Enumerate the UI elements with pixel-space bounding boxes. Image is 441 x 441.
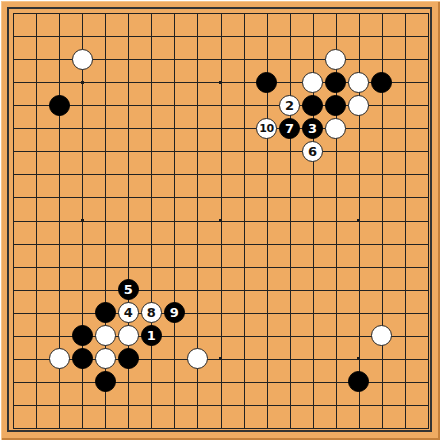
stone-black xyxy=(95,302,116,323)
stone-white xyxy=(95,325,116,346)
stone-white xyxy=(72,49,93,70)
move-number: 4 xyxy=(124,306,133,319)
stone-black xyxy=(325,72,346,93)
star-point xyxy=(219,81,222,84)
star-point xyxy=(81,81,84,84)
move-2-stone-white: 2 xyxy=(279,95,300,116)
move-9-stone-black: 9 xyxy=(164,302,185,323)
move-number: 2 xyxy=(285,99,294,112)
stone-white xyxy=(348,72,369,93)
stone-white xyxy=(95,348,116,369)
move-number: 7 xyxy=(285,122,294,135)
move-number: 10 xyxy=(259,123,273,134)
stone-white xyxy=(325,118,346,139)
move-5-stone-black: 5 xyxy=(118,279,139,300)
stone-black xyxy=(325,95,346,116)
stone-black xyxy=(49,95,70,116)
stone-black xyxy=(95,371,116,392)
move-number: 6 xyxy=(308,145,317,158)
star-point xyxy=(219,219,222,222)
move-number: 1 xyxy=(147,329,156,342)
stone-white xyxy=(49,348,70,369)
stone-black xyxy=(118,348,139,369)
stone-white xyxy=(348,95,369,116)
stone-black xyxy=(371,72,392,93)
stone-black xyxy=(256,72,277,93)
move-number: 9 xyxy=(170,306,179,319)
stone-black xyxy=(348,371,369,392)
stone-white xyxy=(187,348,208,369)
stone-white xyxy=(325,49,346,70)
stone-black xyxy=(72,325,93,346)
stone-white xyxy=(118,325,139,346)
star-point xyxy=(219,357,222,360)
go-board: 21073654891 xyxy=(0,0,441,441)
move-number: 3 xyxy=(308,122,317,135)
stone-white xyxy=(371,325,392,346)
stone-white xyxy=(302,72,323,93)
star-point xyxy=(357,357,360,360)
star-point xyxy=(357,219,360,222)
move-number: 5 xyxy=(124,283,133,296)
move-10-stone-white: 10 xyxy=(256,118,277,139)
board-grid: 21073654891 xyxy=(1,1,439,439)
star-point xyxy=(81,219,84,222)
move-1-stone-black: 1 xyxy=(141,325,162,346)
move-number: 8 xyxy=(147,306,156,319)
move-6-stone-white: 6 xyxy=(302,141,323,162)
move-7-stone-black: 7 xyxy=(279,118,300,139)
stone-black xyxy=(72,348,93,369)
move-3-stone-black: 3 xyxy=(302,118,323,139)
move-8-stone-white: 8 xyxy=(141,302,162,323)
move-4-stone-white: 4 xyxy=(118,302,139,323)
stone-black xyxy=(302,95,323,116)
